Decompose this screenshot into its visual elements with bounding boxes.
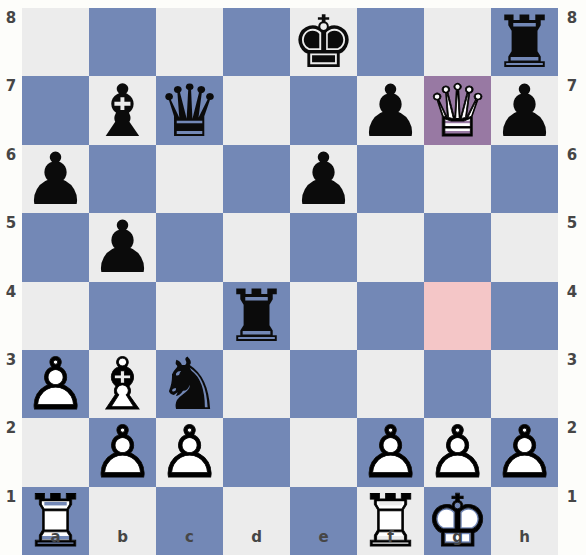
square-h3[interactable] (491, 350, 558, 418)
square-d2[interactable] (223, 418, 290, 486)
rank-label-right-1: 1 (558, 490, 586, 505)
piece-glyph: ♚ (290, 8, 357, 76)
piece-white-bishop[interactable]: ♝♗ (89, 350, 156, 418)
square-g7[interactable]: ♛♕ (424, 76, 491, 144)
file-label-g: g (424, 530, 491, 545)
piece-glyph: ♙ (156, 418, 223, 486)
square-c7[interactable]: ♛ (156, 76, 223, 144)
square-g6[interactable] (424, 145, 491, 213)
rank-label-left-1: 1 (0, 490, 22, 505)
square-f6[interactable] (357, 145, 424, 213)
square-c2[interactable]: ♟♙ (156, 418, 223, 486)
rank-label-left-4: 4 (0, 285, 22, 300)
square-f7[interactable]: ♟ (357, 76, 424, 144)
file-label-b: b (89, 530, 156, 545)
square-g3[interactable] (424, 350, 491, 418)
square-b3[interactable]: ♝♗ (89, 350, 156, 418)
rank-label-left-8: 8 (0, 11, 22, 26)
piece-glyph: ♛ (156, 76, 223, 144)
square-e2[interactable] (290, 418, 357, 486)
rank-label-right-4: 4 (558, 285, 586, 300)
piece-white-pawn[interactable]: ♟♙ (491, 418, 558, 486)
piece-glyph: ♙ (89, 418, 156, 486)
square-d3[interactable] (223, 350, 290, 418)
file-label-f: f (357, 530, 424, 545)
square-b2[interactable]: ♟♙ (89, 418, 156, 486)
square-h8[interactable]: ♜ (491, 8, 558, 76)
piece-black-bishop[interactable]: ♝ (89, 76, 156, 144)
piece-glyph: ♟ (357, 76, 424, 144)
chess-board[interactable]: ♚♜♝♛♟♛♕♟♟♟♟♜♟♙♝♗♞♟♙♟♙♟♙♟♙♟♙♜♖♜♖♚♔ (22, 8, 558, 555)
square-a3[interactable]: ♟♙ (22, 350, 89, 418)
square-d4[interactable]: ♜ (223, 282, 290, 350)
square-b6[interactable] (89, 145, 156, 213)
square-b7[interactable]: ♝ (89, 76, 156, 144)
square-a8[interactable] (22, 8, 89, 76)
piece-black-rook[interactable]: ♜ (491, 8, 558, 76)
square-h2[interactable]: ♟♙ (491, 418, 558, 486)
square-g5[interactable] (424, 213, 491, 281)
rank-label-left-3: 3 (0, 353, 22, 368)
rank-label-right-2: 2 (558, 421, 586, 436)
square-a5[interactable] (22, 213, 89, 281)
square-h6[interactable] (491, 145, 558, 213)
piece-white-pawn[interactable]: ♟♙ (357, 418, 424, 486)
square-d5[interactable] (223, 213, 290, 281)
square-c8[interactable] (156, 8, 223, 76)
piece-glyph: ♜ (491, 8, 558, 76)
piece-black-knight[interactable]: ♞ (156, 350, 223, 418)
square-c4[interactable] (156, 282, 223, 350)
rank-label-right-8: 8 (558, 11, 586, 26)
piece-black-pawn[interactable]: ♟ (22, 145, 89, 213)
square-f3[interactable] (357, 350, 424, 418)
piece-white-pawn[interactable]: ♟♙ (156, 418, 223, 486)
rank-label-left-5: 5 (0, 216, 22, 231)
file-label-h: h (491, 530, 558, 545)
square-e8[interactable]: ♚ (290, 8, 357, 76)
rank-label-left-2: 2 (0, 421, 22, 436)
piece-glyph: ♝ (89, 76, 156, 144)
chess-board-app: ♚♜♝♛♟♛♕♟♟♟♟♜♟♙♝♗♞♟♙♟♙♟♙♟♙♟♙♜♖♜♖♚♔ 876543… (0, 0, 586, 555)
piece-black-king[interactable]: ♚ (290, 8, 357, 76)
rank-label-right-5: 5 (558, 216, 586, 231)
rank-label-right-6: 6 (558, 148, 586, 163)
piece-white-pawn[interactable]: ♟♙ (424, 418, 491, 486)
square-f2[interactable]: ♟♙ (357, 418, 424, 486)
square-d7[interactable] (223, 76, 290, 144)
square-b5[interactable]: ♟ (89, 213, 156, 281)
square-a4[interactable] (22, 282, 89, 350)
square-f5[interactable] (357, 213, 424, 281)
square-a2[interactable] (22, 418, 89, 486)
file-label-d: d (223, 530, 290, 545)
piece-white-pawn[interactable]: ♟♙ (89, 418, 156, 486)
piece-black-queen[interactable]: ♛ (156, 76, 223, 144)
rank-label-right-3: 3 (558, 353, 586, 368)
square-d8[interactable] (223, 8, 290, 76)
piece-glyph: ♟ (290, 145, 357, 213)
square-a6[interactable]: ♟ (22, 145, 89, 213)
square-f4[interactable] (357, 282, 424, 350)
file-label-a: a (22, 530, 89, 545)
file-label-c: c (156, 530, 223, 545)
square-c3[interactable]: ♞ (156, 350, 223, 418)
piece-glyph: ♙ (22, 350, 89, 418)
square-a7[interactable] (22, 76, 89, 144)
piece-glyph: ♙ (357, 418, 424, 486)
square-e3[interactable] (290, 350, 357, 418)
piece-black-pawn[interactable]: ♟ (491, 76, 558, 144)
square-e4[interactable] (290, 282, 357, 350)
piece-black-pawn[interactable]: ♟ (89, 213, 156, 281)
rank-label-left-7: 7 (0, 79, 22, 94)
piece-glyph: ♙ (424, 418, 491, 486)
piece-black-rook[interactable]: ♜ (223, 282, 290, 350)
piece-white-pawn[interactable]: ♟♙ (22, 350, 89, 418)
square-f8[interactable] (357, 8, 424, 76)
piece-black-pawn[interactable]: ♟ (357, 76, 424, 144)
square-h7[interactable]: ♟ (491, 76, 558, 144)
piece-glyph: ♕ (424, 76, 491, 144)
piece-black-pawn[interactable]: ♟ (290, 145, 357, 213)
rank-label-left-6: 6 (0, 148, 22, 163)
piece-glyph: ♟ (22, 145, 89, 213)
piece-glyph: ♟ (491, 76, 558, 144)
piece-glyph: ♞ (156, 350, 223, 418)
square-c5[interactable] (156, 213, 223, 281)
square-g2[interactable]: ♟♙ (424, 418, 491, 486)
piece-glyph: ♟ (89, 213, 156, 281)
square-e7[interactable] (290, 76, 357, 144)
square-e5[interactable] (290, 213, 357, 281)
square-c6[interactable] (156, 145, 223, 213)
piece-glyph: ♙ (491, 418, 558, 486)
file-label-e: e (290, 530, 357, 545)
square-g4[interactable] (424, 282, 491, 350)
piece-white-queen[interactable]: ♛♕ (424, 76, 491, 144)
square-b8[interactable] (89, 8, 156, 76)
piece-glyph: ♜ (223, 282, 290, 350)
square-h4[interactable] (491, 282, 558, 350)
square-h5[interactable] (491, 213, 558, 281)
square-g8[interactable] (424, 8, 491, 76)
square-d6[interactable] (223, 145, 290, 213)
square-b4[interactable] (89, 282, 156, 350)
piece-glyph: ♗ (89, 350, 156, 418)
rank-label-right-7: 7 (558, 79, 586, 94)
square-e6[interactable]: ♟ (290, 145, 357, 213)
